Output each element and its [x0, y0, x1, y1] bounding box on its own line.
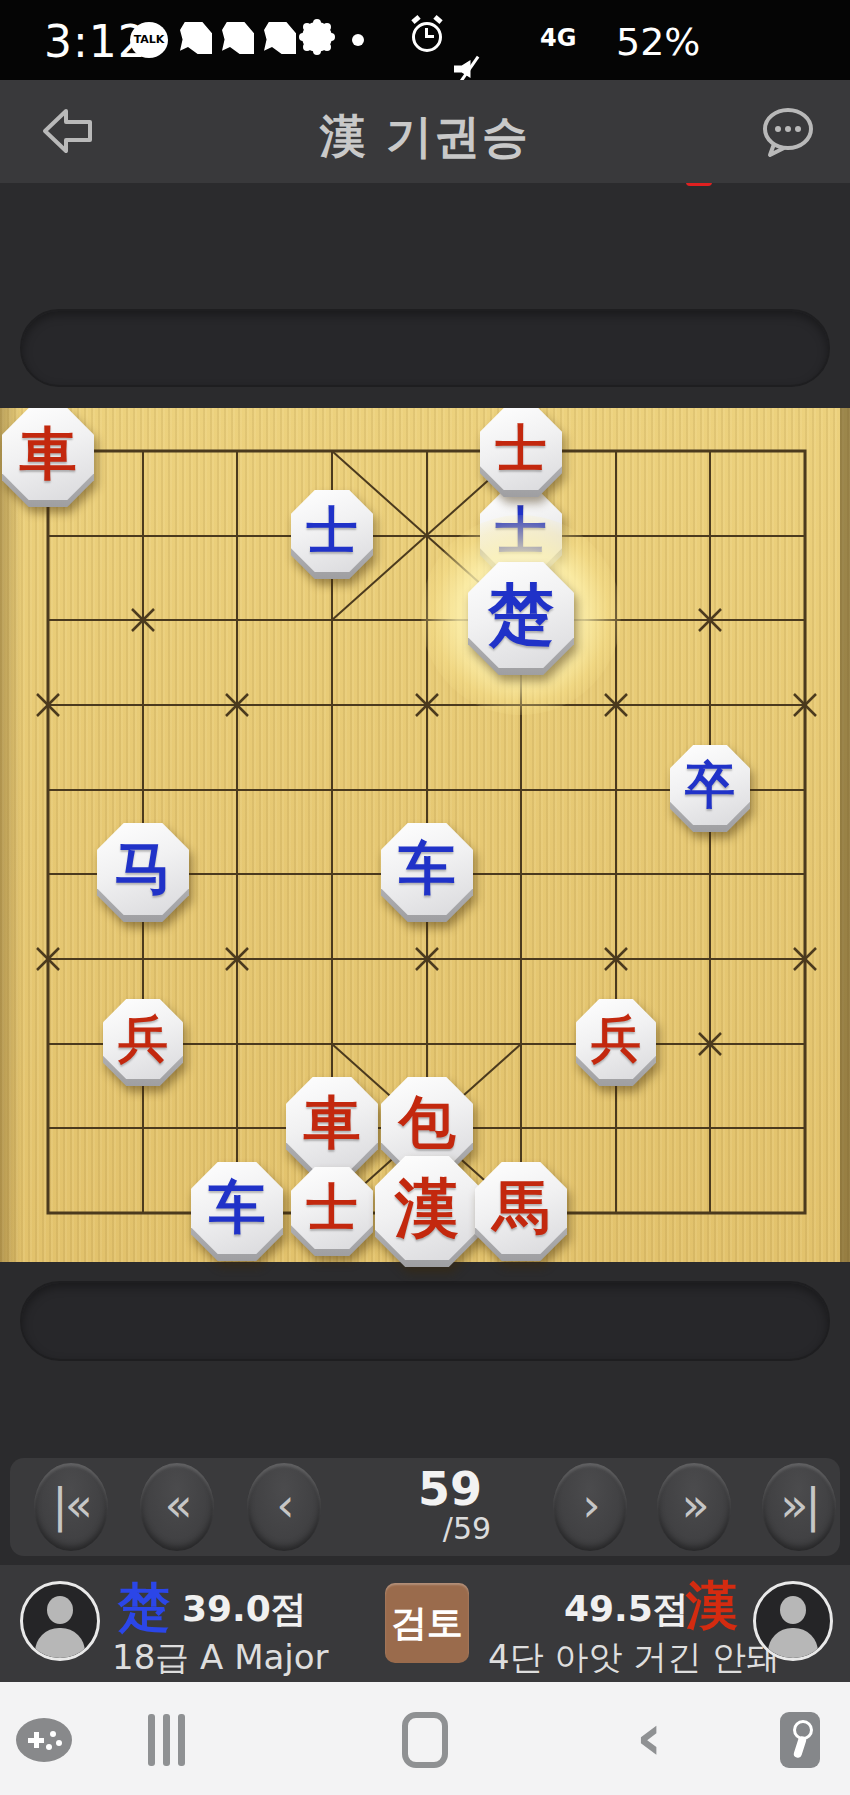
- message-box-top[interactable]: [20, 309, 830, 387]
- nav-last-button[interactable]: »|: [762, 1463, 836, 1551]
- piece-blue-advisor[interactable]: 士: [291, 490, 373, 572]
- total-moves: /59: [424, 1512, 510, 1546]
- gamepad-icon[interactable]: [16, 1718, 72, 1762]
- dot-separator-icon: [352, 34, 364, 46]
- android-nav-bar: ‹: [0, 1682, 850, 1795]
- red-side-char: 漢: [686, 1571, 738, 1641]
- piece-blue-chariot[interactable]: 车: [191, 1162, 283, 1254]
- piece-blue-horse[interactable]: 马: [97, 823, 189, 915]
- nav-forward-button[interactable]: »: [657, 1463, 731, 1551]
- piece-blue-chariot[interactable]: 车: [381, 823, 473, 915]
- move-nav-panel: 59 /59 |««‹›»»|: [10, 1458, 840, 1556]
- janggi-board[interactable]: 士士楚卒马车车兵兵車包士漢馬士車: [0, 408, 850, 1262]
- status-bar: 3:12 TALK 6 4G 52%: [0, 0, 850, 80]
- red-player-avatar[interactable]: [753, 1581, 833, 1661]
- red-player-score: 49.5점: [564, 1585, 689, 1634]
- android-back-icon[interactable]: ‹: [636, 1700, 662, 1774]
- piece-red-advisor[interactable]: 士: [291, 1167, 373, 1249]
- piece-red-advisor[interactable]: 士: [480, 408, 562, 490]
- title-bar: 漢 기권승: [0, 80, 850, 183]
- nav-prev-button[interactable]: ‹: [247, 1463, 321, 1551]
- red-player-info: 4단 아앗 거긴 안돼: [488, 1635, 780, 1681]
- piece-red-horse[interactable]: 馬: [475, 1162, 567, 1254]
- lte-icon: 4G: [540, 24, 576, 52]
- piece-blue-soldier[interactable]: 卒: [670, 745, 750, 825]
- notification-icon-1: [180, 22, 212, 54]
- brightness-icon: [302, 22, 332, 52]
- piece-red-chariot[interactable]: 車: [2, 408, 94, 500]
- piece-red-general[interactable]: 漢: [375, 1156, 479, 1260]
- notification-icon-2: [222, 22, 254, 54]
- piece-red-chariot[interactable]: 車: [286, 1077, 378, 1169]
- notification-icon-3: [264, 22, 296, 54]
- kakaotalk-icon: TALK: [130, 22, 168, 58]
- player-bar: 楚 39.0점 18급 A Major 검토 49.5점 漢 4단 아앗 거긴 …: [0, 1565, 850, 1682]
- recents-icon[interactable]: [148, 1714, 188, 1766]
- piece-blue-general[interactable]: 楚: [468, 562, 574, 668]
- review-button[interactable]: 검토: [385, 1583, 469, 1663]
- chat-bubble-icon[interactable]: [760, 106, 816, 162]
- blue-side-char: 楚: [118, 1573, 170, 1643]
- nav-first-button[interactable]: |«: [34, 1463, 108, 1551]
- piece-red-soldier[interactable]: 兵: [576, 999, 656, 1079]
- one-hand-mode-icon[interactable]: [780, 1712, 820, 1768]
- battery-percent: 52%: [616, 20, 700, 64]
- nav-next-button[interactable]: ›: [553, 1463, 627, 1551]
- blue-player-score: 39.0점: [182, 1585, 307, 1634]
- move-counter: 59 /59: [390, 1466, 510, 1546]
- current-move: 59: [390, 1466, 510, 1512]
- blue-player-info: 18급 A Major: [112, 1635, 329, 1681]
- nav-rewind-button[interactable]: «: [140, 1463, 214, 1551]
- message-box-bottom[interactable]: [20, 1281, 830, 1361]
- piece-red-soldier[interactable]: 兵: [103, 999, 183, 1079]
- phone-screen: 3:12 TALK 6 4G 52% 漢 기권승: [0, 0, 850, 1795]
- alarm-icon: [412, 22, 442, 52]
- page-title: 漢 기권승: [0, 106, 850, 168]
- blue-player-avatar[interactable]: [20, 1581, 100, 1661]
- home-icon[interactable]: [402, 1712, 448, 1768]
